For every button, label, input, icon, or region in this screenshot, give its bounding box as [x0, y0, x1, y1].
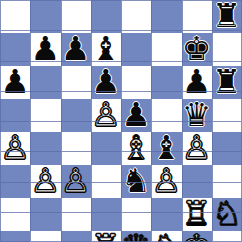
square-h8[interactable]: ♜	[212, 0, 242, 33]
piece-black-knight: ♞	[121, 164, 151, 197]
chess-board: ♜♟♟♝♚♟♟♟♜♙♟♛♙♗♝♙♙♙♞♙♖♘♖♕♘♔	[0, 0, 242, 242]
square-a4[interactable]: ♙	[0, 132, 30, 165]
square-h6[interactable]: ♜	[212, 66, 242, 99]
piece-white-knight: ♘	[212, 197, 242, 230]
piece-black-bishop: ♝	[91, 32, 121, 65]
piece-black-pawn: ♟	[182, 65, 212, 98]
square-a1[interactable]	[0, 231, 30, 242]
square-c5[interactable]	[61, 99, 91, 132]
piece-white-knight: ♘	[152, 230, 182, 242]
square-b1[interactable]	[30, 231, 60, 242]
piece-white-pawn: ♙	[91, 98, 121, 131]
piece-white-pawn: ♙	[31, 164, 61, 197]
square-c6[interactable]	[61, 66, 91, 99]
square-b5[interactable]	[30, 99, 60, 132]
square-b3[interactable]: ♙	[30, 165, 60, 198]
square-h5[interactable]	[212, 99, 242, 132]
square-f3[interactable]: ♙	[151, 165, 181, 198]
square-c7[interactable]: ♟	[61, 33, 91, 66]
piece-white-bishop: ♗	[121, 131, 151, 164]
square-a6[interactable]: ♟	[0, 66, 30, 99]
square-d3[interactable]	[91, 165, 121, 198]
square-a3[interactable]	[0, 165, 30, 198]
piece-black-rook: ♜	[212, 65, 242, 98]
square-d5[interactable]: ♙	[91, 99, 121, 132]
square-f7[interactable]	[151, 33, 181, 66]
piece-white-pawn: ♙	[152, 164, 182, 197]
piece-black-pawn: ♟	[61, 32, 91, 65]
piece-black-king: ♚	[182, 32, 212, 65]
square-b2[interactable]	[30, 198, 60, 231]
square-f8[interactable]	[151, 0, 181, 33]
piece-white-pawn: ♙	[0, 131, 30, 164]
square-c3[interactable]: ♙	[61, 165, 91, 198]
piece-black-pawn: ♟	[91, 65, 121, 98]
square-e8[interactable]	[121, 0, 151, 33]
square-d4[interactable]	[91, 132, 121, 165]
piece-black-pawn: ♟	[0, 65, 30, 98]
square-c2[interactable]	[61, 198, 91, 231]
square-e7[interactable]	[121, 33, 151, 66]
square-h2[interactable]: ♘	[212, 198, 242, 231]
square-d1[interactable]: ♖	[91, 231, 121, 242]
square-c1[interactable]	[61, 231, 91, 242]
piece-black-rook: ♜	[212, 0, 242, 32]
square-a8[interactable]	[0, 0, 30, 33]
square-b7[interactable]: ♟	[30, 33, 60, 66]
piece-white-king: ♔	[182, 230, 212, 242]
piece-black-pawn: ♟	[121, 98, 151, 131]
piece-white-rook: ♖	[91, 230, 121, 242]
piece-white-pawn: ♙	[61, 164, 91, 197]
square-g1[interactable]: ♔	[182, 231, 212, 242]
square-g4[interactable]: ♙	[182, 132, 212, 165]
square-f6[interactable]	[151, 66, 181, 99]
piece-white-rook: ♖	[182, 197, 212, 230]
piece-white-queen: ♕	[121, 230, 151, 242]
square-b6[interactable]	[30, 66, 60, 99]
square-f1[interactable]: ♘	[151, 231, 181, 242]
square-a2[interactable]	[0, 198, 30, 231]
piece-black-pawn: ♟	[31, 32, 61, 65]
piece-black-queen: ♛	[182, 98, 212, 131]
piece-white-pawn: ♙	[182, 131, 212, 164]
piece-black-bishop: ♝	[152, 131, 182, 164]
square-e3[interactable]: ♞	[121, 165, 151, 198]
square-h4[interactable]	[212, 132, 242, 165]
square-e1[interactable]: ♕	[121, 231, 151, 242]
